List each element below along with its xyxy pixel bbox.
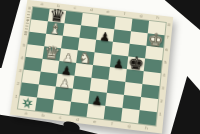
coord-label: 2 — [158, 99, 164, 113]
coord-label: c — [66, 5, 83, 11]
coord-label: 5 — [162, 61, 168, 74]
coord-label: a — [17, 111, 35, 117]
chessboard-photo: abcdefgh abcdefgh 87654321 87654321 ♛♝♟♚… — [0, 0, 200, 134]
coord-label: 1 — [157, 112, 163, 126]
fallen-piece-knob — [57, 125, 64, 132]
coord-label: a — [33, 1, 50, 7]
coord-label: 3 — [159, 86, 165, 100]
square-a1[interactable] — [18, 95, 37, 110]
white-king-h7[interactable]: ♚ — [146, 30, 165, 49]
coord-label: e — [86, 119, 104, 125]
fallen-piece-body — [62, 120, 81, 134]
coord-label: e — [99, 9, 116, 15]
white-bishop-b7[interactable]: ♝ — [46, 21, 65, 37]
white-knight-d5[interactable]: ♞ — [76, 50, 95, 67]
coord-label: 6 — [163, 48, 169, 61]
coord-label: 4 — [160, 73, 166, 86]
black-pawn-e2[interactable]: ♟ — [88, 94, 107, 108]
square-b7[interactable]: ♝ — [46, 21, 64, 35]
square-d5[interactable]: ♞ — [76, 50, 94, 65]
coord-label: h — [138, 125, 156, 131]
coord-label: g — [133, 13, 150, 19]
square-f1[interactable] — [104, 106, 123, 121]
white-pawn-c3[interactable]: ♟ — [56, 77, 75, 91]
square-e2[interactable]: ♟ — [88, 91, 107, 106]
coord-label: b — [34, 113, 52, 119]
captured-fallen-piece[interactable] — [56, 120, 84, 134]
black-pawn-e7[interactable]: ♟ — [96, 30, 114, 44]
board-grid: ♛♝♟♚♛♟♞♟♚♟♟♟ — [18, 7, 166, 125]
square-g5[interactable]: ♚ — [127, 56, 145, 71]
square-c5[interactable]: ♟ — [59, 48, 77, 63]
board-logo-icon — [21, 97, 34, 109]
square-h1[interactable] — [138, 110, 157, 125]
square-g1[interactable] — [121, 108, 140, 123]
coord-label: f — [116, 11, 133, 17]
coord-label: f — [103, 121, 121, 127]
square-c1[interactable] — [52, 100, 71, 115]
chess-board[interactable]: abcdefgh abcdefgh 87654321 87654321 ♛♝♟♚… — [10, 0, 173, 134]
coord-label: g — [120, 123, 138, 129]
coord-label: 7 — [164, 35, 170, 48]
black-king-g5[interactable]: ♚ — [127, 53, 146, 73]
table-edge-bottom-right — [168, 76, 200, 134]
black-pawn-f5[interactable]: ♟ — [110, 57, 128, 71]
square-b5[interactable]: ♛ — [42, 46, 61, 61]
coord-label: 8 — [165, 23, 171, 36]
square-d1[interactable] — [69, 102, 88, 117]
square-f5[interactable]: ♟ — [110, 54, 128, 69]
square-h7[interactable]: ♚ — [146, 33, 164, 48]
coord-label: h — [149, 15, 166, 21]
square-b1[interactable] — [35, 97, 54, 112]
square-e7[interactable]: ♟ — [96, 27, 114, 41]
coord-label: d — [83, 7, 100, 13]
